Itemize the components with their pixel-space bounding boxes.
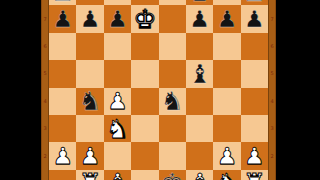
square-f6[interactable] [186, 33, 213, 60]
square-a1[interactable] [49, 170, 76, 180]
black-bishop: ♝ [188, 0, 211, 5]
square-g3[interactable] [213, 115, 240, 142]
square-d5[interactable] [131, 60, 158, 87]
square-g7[interactable]: ♟ [213, 5, 240, 32]
square-c3[interactable]: ♞ [104, 115, 131, 142]
square-b7[interactable]: ♟ [76, 5, 103, 32]
black-knight: ♞ [161, 88, 184, 114]
white-pawn: ♟ [217, 145, 238, 168]
white-pawn: ♟ [80, 145, 101, 168]
rank-label-4: 4 [268, 99, 276, 104]
square-h7[interactable]: ♟ [241, 5, 268, 32]
square-g2[interactable]: ♟ [213, 142, 240, 169]
black-pawn: ♟ [217, 8, 238, 31]
black-pawn: ♟ [52, 8, 73, 31]
white-king: ♚ [133, 6, 156, 32]
square-g4[interactable] [213, 88, 240, 115]
square-h5[interactable] [241, 60, 268, 87]
rank-label-4: 4 [41, 99, 49, 104]
square-e1[interactable]: ♚ [159, 170, 186, 180]
white-pawn: ♟ [107, 90, 128, 113]
square-g5[interactable] [213, 60, 240, 87]
square-c5[interactable] [104, 60, 131, 87]
rank-label-5: 5 [41, 71, 49, 76]
square-f2[interactable] [186, 142, 213, 169]
square-d1[interactable] [131, 170, 158, 180]
square-h2[interactable]: ♟ [241, 142, 268, 169]
rank-label-7: 7 [268, 17, 276, 22]
rank-label-2: 2 [41, 154, 49, 159]
square-e3[interactable] [159, 115, 186, 142]
square-a4[interactable] [49, 88, 76, 115]
white-rook: ♜ [78, 170, 101, 180]
square-b1[interactable]: ♜ [76, 170, 103, 180]
rank-label-6: 6 [268, 44, 276, 49]
rank-label-3: 3 [268, 126, 276, 131]
black-pawn: ♟ [244, 8, 265, 31]
rank-label-5: 5 [268, 71, 276, 76]
chess-board[interactable]: ♜♝♜♟♟♟♚♟♟♟♝♞♟♞♞♟♟♟♟♜♝♚♝♞♜ [49, 0, 268, 180]
black-king: ♚ [161, 170, 184, 180]
square-a7[interactable]: ♟ [49, 5, 76, 32]
square-e5[interactable] [159, 60, 186, 87]
square-a5[interactable] [49, 60, 76, 87]
square-b4[interactable]: ♞ [76, 88, 103, 115]
letterbox-left [0, 0, 41, 180]
white-rook: ♜ [243, 170, 266, 180]
square-h3[interactable] [241, 115, 268, 142]
square-a2[interactable]: ♟ [49, 142, 76, 169]
square-c6[interactable] [104, 33, 131, 60]
white-pawn: ♟ [244, 145, 265, 168]
thumbnail-canvas: ♜♝♜♟♟♟♚♟♟♟♝♞♟♞♞♟♟♟♟♜♝♚♝♞♜ 87654321 87654… [0, 0, 320, 180]
white-pawn: ♟ [52, 145, 73, 168]
square-e4[interactable]: ♞ [159, 88, 186, 115]
square-e2[interactable] [159, 142, 186, 169]
square-d7[interactable]: ♚ [131, 5, 158, 32]
board-frame: ♜♝♜♟♟♟♚♟♟♟♝♞♟♞♞♟♟♟♟♜♝♚♝♞♜ 87654321 87654… [41, 0, 276, 180]
white-bishop: ♝ [188, 170, 211, 180]
square-b6[interactable] [76, 33, 103, 60]
square-f5[interactable]: ♝ [186, 60, 213, 87]
square-e6[interactable] [159, 33, 186, 60]
square-f3[interactable] [186, 115, 213, 142]
black-pawn: ♟ [107, 8, 128, 31]
square-d4[interactable] [131, 88, 158, 115]
square-a3[interactable] [49, 115, 76, 142]
square-h4[interactable] [241, 88, 268, 115]
square-c4[interactable]: ♟ [104, 88, 131, 115]
square-d2[interactable] [131, 142, 158, 169]
black-rook: ♜ [51, 0, 74, 5]
square-b3[interactable] [76, 115, 103, 142]
letterbox-right [276, 0, 320, 180]
square-d6[interactable] [131, 33, 158, 60]
square-h1[interactable]: ♜ [241, 170, 268, 180]
square-b2[interactable]: ♟ [76, 142, 103, 169]
rank-label-2: 2 [268, 154, 276, 159]
black-knight: ♞ [78, 88, 101, 114]
white-bishop: ♝ [106, 170, 129, 180]
rank-labels-left: 87654321 [41, 0, 49, 180]
rank-label-7: 7 [41, 17, 49, 22]
square-f4[interactable] [186, 88, 213, 115]
square-e7[interactable] [159, 5, 186, 32]
white-knight: ♞ [215, 170, 238, 180]
square-f7[interactable]: ♟ [186, 5, 213, 32]
rank-label-3: 3 [41, 126, 49, 131]
square-f1[interactable]: ♝ [186, 170, 213, 180]
square-b5[interactable] [76, 60, 103, 87]
square-h6[interactable] [241, 33, 268, 60]
black-pawn: ♟ [80, 8, 101, 31]
rank-label-6: 6 [41, 44, 49, 49]
black-pawn: ♟ [189, 8, 210, 31]
white-knight: ♞ [106, 116, 129, 142]
square-c2[interactable] [104, 142, 131, 169]
rank-labels-right: 87654321 [268, 0, 276, 180]
square-g1[interactable]: ♞ [213, 170, 240, 180]
square-g6[interactable] [213, 33, 240, 60]
black-rook: ♜ [243, 0, 266, 5]
square-a6[interactable] [49, 33, 76, 60]
square-c1[interactable]: ♝ [104, 170, 131, 180]
square-d3[interactable] [131, 115, 158, 142]
square-c7[interactable]: ♟ [104, 5, 131, 32]
black-bishop: ♝ [188, 61, 211, 87]
